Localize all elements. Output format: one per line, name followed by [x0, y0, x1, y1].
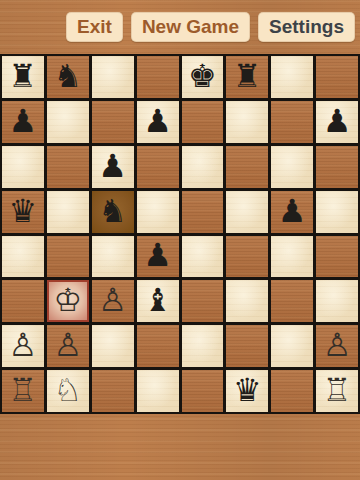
toolbar: Exit New Game Settings: [0, 0, 360, 54]
square-a4[interactable]: [2, 236, 44, 278]
square-g5[interactable]: ♟: [271, 191, 313, 233]
square-a1[interactable]: ♖: [2, 370, 44, 412]
square-f6[interactable]: [226, 146, 268, 188]
white-pawn: ♙: [98, 284, 127, 316]
square-c1[interactable]: [92, 370, 134, 412]
square-g4[interactable]: [271, 236, 313, 278]
square-e8[interactable]: ♚: [182, 56, 224, 98]
square-h8[interactable]: [316, 56, 358, 98]
square-f2[interactable]: [226, 325, 268, 367]
square-c6[interactable]: ♟: [92, 146, 134, 188]
square-g1[interactable]: [271, 370, 313, 412]
square-e3[interactable]: [182, 280, 224, 322]
white-pawn: ♙: [323, 329, 352, 361]
square-b5[interactable]: [47, 191, 89, 233]
square-b6[interactable]: [47, 146, 89, 188]
black-queen: ♛: [233, 374, 262, 406]
square-a5[interactable]: ♛: [2, 191, 44, 233]
square-f1[interactable]: ♛: [226, 370, 268, 412]
square-d8[interactable]: [137, 56, 179, 98]
square-e1[interactable]: [182, 370, 224, 412]
square-c2[interactable]: [92, 325, 134, 367]
square-f3[interactable]: [226, 280, 268, 322]
square-e7[interactable]: [182, 101, 224, 143]
square-a8[interactable]: ♜: [2, 56, 44, 98]
black-rook: ♜: [9, 60, 38, 92]
square-a2[interactable]: ♙: [2, 325, 44, 367]
white-knight: ♘: [53, 374, 82, 406]
square-h3[interactable]: [316, 280, 358, 322]
square-b3[interactable]: ♔: [47, 280, 89, 322]
square-f8[interactable]: ♜: [226, 56, 268, 98]
square-a7[interactable]: ♟: [2, 101, 44, 143]
square-d7[interactable]: ♟: [137, 101, 179, 143]
square-b1[interactable]: ♘: [47, 370, 89, 412]
square-d2[interactable]: [137, 325, 179, 367]
square-a3[interactable]: [2, 280, 44, 322]
square-d1[interactable]: [137, 370, 179, 412]
square-e6[interactable]: [182, 146, 224, 188]
square-a6[interactable]: [2, 146, 44, 188]
black-pawn: ♟: [143, 105, 172, 137]
square-h4[interactable]: [316, 236, 358, 278]
black-pawn: ♟: [278, 195, 307, 227]
square-c8[interactable]: [92, 56, 134, 98]
square-b2[interactable]: ♙: [47, 325, 89, 367]
square-d3[interactable]: ♝: [137, 280, 179, 322]
square-f7[interactable]: [226, 101, 268, 143]
black-bishop: ♝: [143, 284, 172, 316]
black-knight: ♞: [98, 195, 127, 227]
square-e5[interactable]: [182, 191, 224, 233]
square-h2[interactable]: ♙: [316, 325, 358, 367]
square-d4[interactable]: ♟: [137, 236, 179, 278]
square-g2[interactable]: [271, 325, 313, 367]
white-rook: ♖: [323, 374, 352, 406]
square-c3[interactable]: ♙: [92, 280, 134, 322]
square-c4[interactable]: [92, 236, 134, 278]
square-h5[interactable]: [316, 191, 358, 233]
white-rook: ♖: [9, 374, 38, 406]
black-pawn: ♟: [143, 239, 172, 271]
square-f5[interactable]: [226, 191, 268, 233]
square-b8[interactable]: ♞: [47, 56, 89, 98]
black-pawn: ♟: [9, 105, 38, 137]
square-c5[interactable]: ♞: [92, 191, 134, 233]
black-rook: ♜: [233, 60, 262, 92]
square-b7[interactable]: [47, 101, 89, 143]
square-g8[interactable]: [271, 56, 313, 98]
square-e2[interactable]: [182, 325, 224, 367]
square-f4[interactable]: [226, 236, 268, 278]
square-g7[interactable]: [271, 101, 313, 143]
white-king: ♔: [53, 284, 82, 316]
new-game-button[interactable]: New Game: [131, 12, 250, 42]
white-pawn: ♙: [9, 329, 38, 361]
white-pawn: ♙: [53, 329, 82, 361]
square-b4[interactable]: [47, 236, 89, 278]
square-h6[interactable]: [316, 146, 358, 188]
square-d5[interactable]: [137, 191, 179, 233]
square-h1[interactable]: ♖: [316, 370, 358, 412]
settings-button[interactable]: Settings: [258, 12, 355, 42]
exit-button[interactable]: Exit: [66, 12, 123, 42]
black-pawn: ♟: [323, 105, 352, 137]
square-c7[interactable]: [92, 101, 134, 143]
black-queen: ♛: [9, 195, 38, 227]
square-e4[interactable]: [182, 236, 224, 278]
chess-board: ♜♞♚♜♟♟♟♟♛♞♟♟♔♙♝♙♙♙♖♘♛♖: [0, 54, 360, 414]
chess-app: { "game": "chess", "position": "rn2kr2/p…: [0, 0, 360, 480]
square-g3[interactable]: [271, 280, 313, 322]
square-g6[interactable]: [271, 146, 313, 188]
black-knight: ♞: [53, 60, 82, 92]
square-h7[interactable]: ♟: [316, 101, 358, 143]
black-king: ♚: [188, 60, 217, 92]
black-pawn: ♟: [98, 150, 127, 182]
square-d6[interactable]: [137, 146, 179, 188]
